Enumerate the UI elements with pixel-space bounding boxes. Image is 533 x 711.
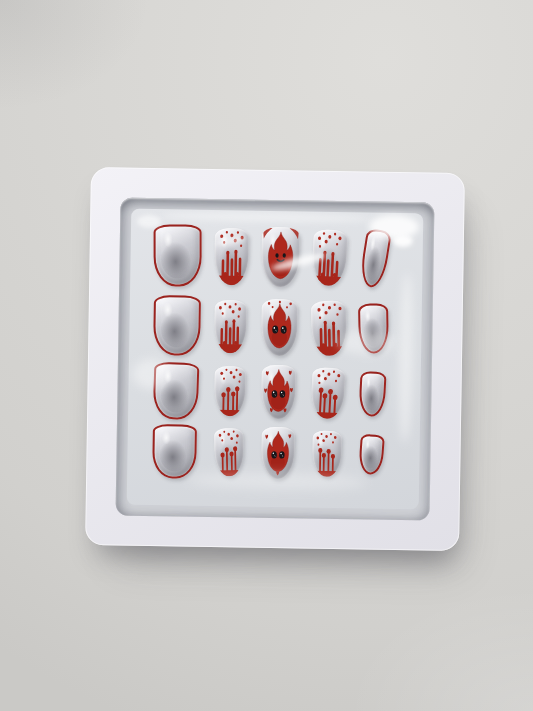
nail-r3c3-flame-character: [261, 365, 296, 420]
nail-r3c4-red-drips-dots: [310, 367, 346, 420]
tray-bevel: [116, 198, 435, 521]
red-drips-art: [214, 428, 244, 477]
red-drips-art: [214, 228, 249, 286]
red-drips-art: [310, 300, 346, 356]
nail-gloss-highlight: [161, 429, 172, 446]
nail-r2c4-red-drips-dots: [310, 300, 346, 356]
nail-r3c1-clear-red-outline: [152, 361, 199, 419]
nail-grid: [148, 222, 392, 482]
nail-r4c3-flame-character: [261, 427, 295, 480]
red-drips-art: [311, 229, 348, 287]
nail-r4c2-red-drips-dots: [214, 428, 244, 477]
nail-r1c1-clear-red-outline: [154, 224, 202, 286]
red-drips-art: [214, 366, 246, 416]
nail-r3c2-red-drips-dots: [214, 366, 246, 416]
nail-r1c4-red-drips-dots: [311, 229, 348, 287]
nail-r1c5-clear-red-outline: [358, 228, 392, 289]
film-glare-spot: [393, 235, 413, 247]
product-photo: [0, 0, 533, 711]
nail-r2c1-clear-red-outline: [153, 295, 201, 356]
nail-r2c5-clear-red-outline: [358, 303, 389, 354]
red-drips-art: [214, 300, 247, 353]
nail-r1c3-flame-character: [261, 227, 300, 288]
nail-r3c5-clear-red-outline: [358, 370, 386, 416]
nail-gloss-highlight: [364, 308, 371, 324]
film-glare-spot: [398, 273, 415, 443]
film-glare-spot: [161, 211, 371, 223]
nail-r4c1-clear-red-outline: [152, 424, 197, 479]
nail-r2c2-red-drips-dots: [214, 300, 247, 353]
red-drips-art: [312, 431, 342, 477]
nail-r4c5-clear-red-outline: [358, 434, 385, 476]
nail-gloss-highlight: [162, 301, 173, 320]
display-frame: [85, 167, 465, 551]
nail-gloss-highlight: [162, 367, 173, 385]
nail-r4c4-red-drips-dots: [312, 431, 342, 477]
tray-floor: [127, 209, 424, 510]
red-drips-art: [310, 367, 346, 420]
flame-character-art: [261, 298, 298, 356]
flame-character-art: [261, 427, 295, 480]
nail-r1c2-red-drips-dots: [214, 228, 249, 286]
flame-character-art: [261, 365, 296, 420]
flame-character-art: [261, 227, 300, 288]
nail-r2c3-flame-character: [261, 298, 298, 356]
